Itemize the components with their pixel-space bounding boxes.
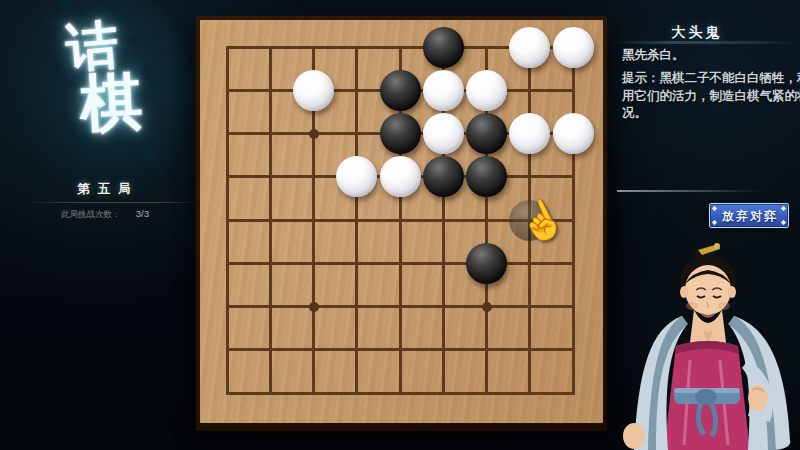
left-divider bbox=[30, 202, 196, 203]
title-underline-decoration bbox=[616, 41, 800, 44]
grid-line bbox=[226, 392, 575, 395]
black-stone bbox=[466, 243, 507, 284]
right-divider bbox=[617, 190, 761, 192]
black-stone bbox=[380, 70, 421, 111]
black-stone bbox=[423, 156, 464, 197]
calligraphy-char: 棋 bbox=[78, 70, 143, 135]
white-stone bbox=[423, 113, 464, 154]
white-stone bbox=[553, 27, 594, 68]
star-point bbox=[309, 302, 319, 312]
star-point bbox=[482, 302, 492, 312]
white-stone bbox=[423, 70, 464, 111]
white-stone bbox=[380, 156, 421, 197]
attempts-label: 此局挑战次数： bbox=[61, 209, 121, 221]
grid-line bbox=[572, 46, 575, 395]
grid-line bbox=[226, 348, 575, 351]
tsumego-logo: 诘 棋 诘 棋 bbox=[40, 4, 170, 180]
game-screen: 诘 棋 诘 棋 第五局 此局挑战次数： 3/3 ☝ 大头鬼 黑先杀白。 提示：黑… bbox=[0, 0, 800, 450]
attempts-row: 此局挑战次数： 3/3 bbox=[61, 208, 149, 221]
hint-line: 况。 bbox=[622, 105, 800, 123]
white-stone bbox=[336, 156, 377, 197]
star-point bbox=[309, 129, 319, 139]
board-wood[interactable] bbox=[200, 20, 603, 423]
black-stone bbox=[423, 27, 464, 68]
round-title: 第五局 bbox=[36, 181, 172, 198]
give-up-button[interactable]: 放弃对弈 bbox=[709, 203, 789, 228]
grid-line bbox=[226, 305, 575, 308]
black-stone bbox=[466, 113, 507, 154]
npc-character bbox=[620, 240, 800, 450]
puzzle-hint: 提示：黑棋二子不能白白牺牲，利 用它们的活力，制造白棋气紧的状 况。 bbox=[622, 70, 800, 123]
white-stone bbox=[293, 70, 334, 111]
white-stone bbox=[466, 70, 507, 111]
hint-line: 提示：黑棋二子不能白白牺牲，利 bbox=[622, 70, 800, 88]
white-stone bbox=[509, 113, 550, 154]
grid-line bbox=[226, 262, 575, 265]
black-stone bbox=[466, 156, 507, 197]
white-stone bbox=[509, 27, 550, 68]
puzzle-objective: 黑先杀白。 bbox=[622, 47, 685, 64]
black-stone bbox=[380, 113, 421, 154]
white-stone bbox=[553, 113, 594, 154]
puzzle-title: 大头鬼 bbox=[622, 24, 772, 42]
attempts-value: 3/3 bbox=[136, 208, 149, 219]
ghost-stone-preview bbox=[509, 200, 550, 241]
hint-line: 用它们的活力，制造白棋气紧的状 bbox=[622, 88, 800, 106]
